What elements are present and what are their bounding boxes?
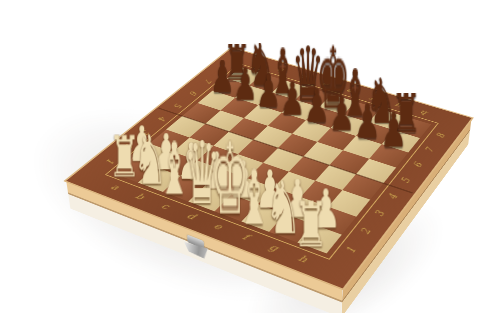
product-photo: abcdefgh abcdefgh 87654321 87654321 ♜♞♝♛… [0, 0, 500, 313]
clasp-latch-icon [183, 233, 208, 263]
scene-3d: abcdefgh abcdefgh 87654321 87654321 ♜♞♝♛… [0, 0, 500, 313]
chess-board: abcdefgh abcdefgh 87654321 87654321 ♜♞♝♛… [66, 48, 471, 289]
white-rook-h1[interactable]: ♜ [294, 200, 327, 250]
black-pawn-h7[interactable]: ♟ [379, 111, 408, 149]
